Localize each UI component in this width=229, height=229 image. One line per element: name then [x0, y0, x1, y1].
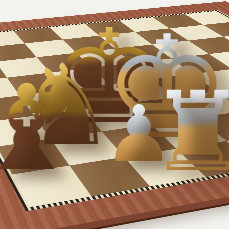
board-grid: [0, 11, 229, 207]
inlay-border: [0, 10, 229, 211]
photo-background: ♝♞♚♟♚♜: [0, 0, 229, 229]
chess-board: [0, 1, 229, 229]
